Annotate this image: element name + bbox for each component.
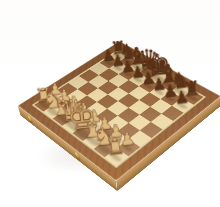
board-grid [34, 50, 203, 166]
square-h4 [140, 122, 163, 138]
square-g6 [150, 99, 172, 114]
brass-clasp-front [74, 151, 80, 160]
product-photo: ♜♞♝♛♚♝♞♜♟♟♟♟♟♟♟♟♟♟♟♟♟♟♟♟♜♞♝♛♚♝♞♜ [0, 0, 220, 207]
square-g5 [139, 107, 161, 122]
square-h3 [128, 130, 151, 147]
square-f5 [129, 100, 151, 115]
square-f3 [106, 116, 128, 132]
square-g4 [129, 115, 151, 131]
square-e3 [96, 109, 118, 124]
square-h6 [161, 106, 183, 121]
square-f4 [118, 108, 140, 123]
square-e4 [107, 101, 128, 116]
board-trim [32, 49, 207, 169]
square-g3 [117, 123, 140, 139]
square-h5 [151, 114, 173, 130]
brass-clasp-left [27, 115, 33, 123]
square-d3 [86, 102, 107, 117]
scene: ♜♞♝♛♚♝♞♜♟♟♟♟♟♟♟♟♟♟♟♟♟♟♟♟♜♞♝♛♚♝♞♜ [39, 22, 197, 180]
